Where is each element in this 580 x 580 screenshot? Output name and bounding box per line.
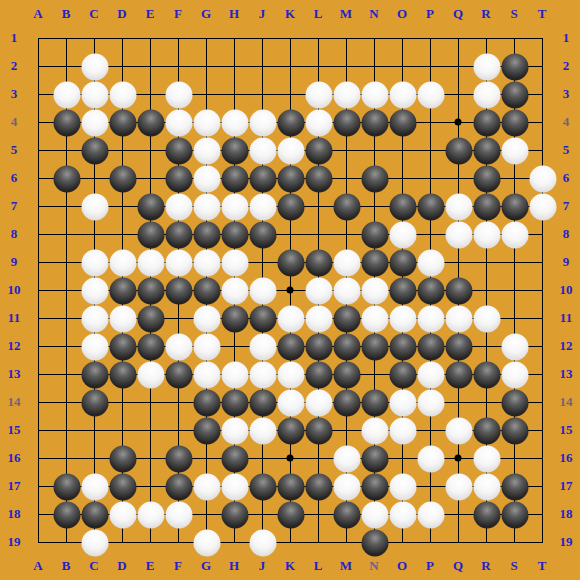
column-label-bottom: A (26, 558, 50, 574)
row-label-left: 18 (2, 506, 26, 522)
stone-white[interactable] (221, 109, 248, 136)
stone-black[interactable] (277, 473, 304, 500)
stone-white[interactable] (81, 249, 108, 276)
column-label-top: M (334, 6, 358, 22)
stone-black[interactable] (165, 445, 192, 472)
stone-white[interactable] (305, 305, 332, 332)
stone-black[interactable] (389, 333, 416, 360)
column-label-bottom: G (194, 558, 218, 574)
star-point (455, 119, 462, 126)
stone-white[interactable] (417, 305, 444, 332)
stone-black[interactable] (221, 445, 248, 472)
stone-black[interactable] (501, 81, 528, 108)
stone-black[interactable] (137, 109, 164, 136)
stone-white[interactable] (361, 501, 388, 528)
stone-white[interactable] (417, 501, 444, 528)
row-label-left: 16 (2, 450, 26, 466)
stone-white[interactable] (81, 529, 108, 556)
stone-white[interactable] (417, 389, 444, 416)
row-label-left: 3 (2, 86, 26, 102)
stone-black[interactable] (389, 277, 416, 304)
stone-white[interactable] (305, 109, 332, 136)
stone-black[interactable] (165, 277, 192, 304)
stone-black[interactable] (193, 221, 220, 248)
stone-black[interactable] (137, 305, 164, 332)
stone-black[interactable] (53, 109, 80, 136)
stone-white[interactable] (221, 249, 248, 276)
stone-black[interactable] (277, 249, 304, 276)
stone-white[interactable] (249, 277, 276, 304)
stone-white[interactable] (333, 277, 360, 304)
stone-white[interactable] (305, 81, 332, 108)
stone-black[interactable] (165, 221, 192, 248)
stone-white[interactable] (221, 417, 248, 444)
stone-white[interactable] (81, 473, 108, 500)
stone-black[interactable] (277, 165, 304, 192)
stone-white[interactable] (137, 501, 164, 528)
stone-white[interactable] (81, 193, 108, 220)
stone-white[interactable] (389, 81, 416, 108)
row-label-right: 5 (554, 142, 578, 158)
stone-black[interactable] (417, 277, 444, 304)
stone-black[interactable] (249, 305, 276, 332)
column-label-bottom: F (166, 558, 190, 574)
stone-white[interactable] (529, 193, 556, 220)
stone-black[interactable] (53, 501, 80, 528)
stone-white[interactable] (305, 277, 332, 304)
stone-white[interactable] (221, 473, 248, 500)
stone-black[interactable] (165, 473, 192, 500)
stone-white[interactable] (501, 137, 528, 164)
column-label-top: E (138, 6, 162, 22)
stone-white[interactable] (81, 277, 108, 304)
column-label-top: H (222, 6, 246, 22)
stone-white[interactable] (81, 305, 108, 332)
stone-black[interactable] (137, 277, 164, 304)
stone-white[interactable] (501, 221, 528, 248)
row-label-left: 14 (2, 394, 26, 410)
stone-white[interactable] (193, 361, 220, 388)
grid-line-vertical (542, 38, 543, 543)
stone-white[interactable] (473, 221, 500, 248)
stone-black[interactable] (361, 473, 388, 500)
stone-black[interactable] (109, 277, 136, 304)
row-label-right: 4 (554, 114, 578, 130)
stone-white[interactable] (249, 109, 276, 136)
row-label-right: 8 (554, 226, 578, 242)
stone-black[interactable] (305, 137, 332, 164)
stone-white[interactable] (249, 417, 276, 444)
stone-black[interactable] (501, 193, 528, 220)
stone-white[interactable] (445, 417, 472, 444)
row-label-left: 2 (2, 58, 26, 74)
stone-white[interactable] (417, 445, 444, 472)
stone-white[interactable] (361, 277, 388, 304)
column-label-bottom: C (82, 558, 106, 574)
column-label-bottom: L (306, 558, 330, 574)
stone-black[interactable] (305, 361, 332, 388)
stone-white[interactable] (473, 81, 500, 108)
row-label-right: 3 (554, 86, 578, 102)
stone-black[interactable] (361, 529, 388, 556)
row-label-left: 4 (2, 114, 26, 130)
row-label-right: 7 (554, 198, 578, 214)
column-label-top: N (362, 6, 386, 22)
stone-black[interactable] (81, 389, 108, 416)
stone-white[interactable] (81, 109, 108, 136)
row-label-left: 13 (2, 366, 26, 382)
column-label-bottom: S (502, 558, 526, 574)
stone-black[interactable] (277, 501, 304, 528)
stone-white[interactable] (529, 165, 556, 192)
stone-black[interactable] (305, 165, 332, 192)
row-label-right: 17 (554, 478, 578, 494)
stone-black[interactable] (193, 389, 220, 416)
stone-black[interactable] (389, 361, 416, 388)
stone-white[interactable] (81, 333, 108, 360)
stone-black[interactable] (277, 109, 304, 136)
stone-black[interactable] (501, 53, 528, 80)
stone-black[interactable] (249, 473, 276, 500)
stone-white[interactable] (277, 389, 304, 416)
stone-white[interactable] (277, 361, 304, 388)
stone-black[interactable] (473, 417, 500, 444)
row-label-right: 6 (554, 170, 578, 186)
stone-white[interactable] (193, 333, 220, 360)
stone-white[interactable] (165, 249, 192, 276)
row-label-right: 2 (554, 58, 578, 74)
stone-black[interactable] (81, 501, 108, 528)
row-label-left: 1 (2, 30, 26, 46)
stone-white[interactable] (249, 361, 276, 388)
stone-white[interactable] (389, 473, 416, 500)
stone-black[interactable] (501, 389, 528, 416)
stone-white[interactable] (333, 445, 360, 472)
stone-white[interactable] (193, 529, 220, 556)
column-label-top: B (54, 6, 78, 22)
stone-black[interactable] (305, 417, 332, 444)
stone-white[interactable] (221, 277, 248, 304)
stone-white[interactable] (501, 361, 528, 388)
stone-white[interactable] (109, 81, 136, 108)
stone-white[interactable] (137, 249, 164, 276)
row-label-left: 6 (2, 170, 26, 186)
stone-white[interactable] (249, 137, 276, 164)
stone-white[interactable] (501, 333, 528, 360)
stone-white[interactable] (193, 473, 220, 500)
stone-white[interactable] (249, 193, 276, 220)
stone-black[interactable] (445, 361, 472, 388)
stone-black[interactable] (361, 221, 388, 248)
stone-black[interactable] (221, 501, 248, 528)
stone-black[interactable] (361, 109, 388, 136)
stone-black[interactable] (137, 333, 164, 360)
stone-white[interactable] (193, 305, 220, 332)
stone-black[interactable] (277, 333, 304, 360)
stone-black[interactable] (193, 417, 220, 444)
stone-black[interactable] (333, 305, 360, 332)
row-label-right: 12 (554, 338, 578, 354)
stone-black[interactable] (109, 333, 136, 360)
column-label-top: C (82, 6, 106, 22)
stone-white[interactable] (221, 193, 248, 220)
stone-black[interactable] (361, 445, 388, 472)
stone-white[interactable] (473, 445, 500, 472)
stone-black[interactable] (333, 193, 360, 220)
column-label-top: T (530, 6, 554, 22)
go-board[interactable]: AABBCCDDEEFFGGHHJJKKLLMMNNOOPPQQRRSSTT11… (0, 0, 580, 580)
stone-white[interactable] (389, 417, 416, 444)
star-point (455, 455, 462, 462)
stone-white[interactable] (361, 305, 388, 332)
stone-white[interactable] (193, 137, 220, 164)
stone-black[interactable] (361, 249, 388, 276)
stone-black[interactable] (221, 389, 248, 416)
column-label-top: L (306, 6, 330, 22)
column-label-top: K (278, 6, 302, 22)
row-label-right: 14 (554, 394, 578, 410)
row-label-right: 11 (554, 310, 578, 326)
stone-white[interactable] (109, 305, 136, 332)
stone-black[interactable] (445, 137, 472, 164)
stone-black[interactable] (473, 109, 500, 136)
stone-black[interactable] (277, 417, 304, 444)
stone-black[interactable] (221, 137, 248, 164)
stone-black[interactable] (333, 389, 360, 416)
stone-white[interactable] (333, 249, 360, 276)
stone-white[interactable] (165, 81, 192, 108)
stone-black[interactable] (221, 221, 248, 248)
grid-line-horizontal (38, 542, 543, 543)
stone-black[interactable] (109, 109, 136, 136)
stone-white[interactable] (473, 305, 500, 332)
stone-black[interactable] (305, 249, 332, 276)
column-label-bottom: B (54, 558, 78, 574)
stone-black[interactable] (221, 165, 248, 192)
stone-white[interactable] (109, 501, 136, 528)
stone-black[interactable] (333, 501, 360, 528)
row-label-left: 17 (2, 478, 26, 494)
stone-black[interactable] (81, 361, 108, 388)
stone-black[interactable] (249, 165, 276, 192)
stone-white[interactable] (389, 501, 416, 528)
stone-white[interactable] (445, 305, 472, 332)
star-point (287, 455, 294, 462)
stone-white[interactable] (445, 193, 472, 220)
stone-white[interactable] (333, 473, 360, 500)
stone-black[interactable] (165, 137, 192, 164)
stone-black[interactable] (445, 277, 472, 304)
column-label-top: O (390, 6, 414, 22)
stone-black[interactable] (165, 361, 192, 388)
stone-white[interactable] (361, 81, 388, 108)
column-label-top: R (474, 6, 498, 22)
column-label-top: P (418, 6, 442, 22)
stone-black[interactable] (445, 333, 472, 360)
row-label-right: 18 (554, 506, 578, 522)
stone-white[interactable] (417, 81, 444, 108)
stone-white[interactable] (445, 473, 472, 500)
stone-black[interactable] (137, 193, 164, 220)
stone-black[interactable] (277, 193, 304, 220)
stone-white[interactable] (389, 389, 416, 416)
column-label-top: S (502, 6, 526, 22)
stone-black[interactable] (473, 193, 500, 220)
stone-white[interactable] (249, 529, 276, 556)
stone-black[interactable] (165, 165, 192, 192)
stone-black[interactable] (109, 361, 136, 388)
stone-black[interactable] (361, 333, 388, 360)
column-label-top: Q (446, 6, 470, 22)
row-label-right: 10 (554, 282, 578, 298)
column-label-bottom: N (362, 558, 386, 574)
column-label-bottom: R (474, 558, 498, 574)
stone-black[interactable] (389, 193, 416, 220)
stone-white[interactable] (277, 305, 304, 332)
column-label-bottom: O (390, 558, 414, 574)
stone-black[interactable] (109, 165, 136, 192)
stone-black[interactable] (333, 333, 360, 360)
row-label-left: 10 (2, 282, 26, 298)
row-label-left: 5 (2, 142, 26, 158)
stone-white[interactable] (389, 221, 416, 248)
stone-white[interactable] (417, 249, 444, 276)
stone-black[interactable] (361, 389, 388, 416)
row-label-left: 15 (2, 422, 26, 438)
stone-black[interactable] (53, 165, 80, 192)
stone-white[interactable] (277, 137, 304, 164)
stone-white[interactable] (473, 53, 500, 80)
column-label-bottom: E (138, 558, 162, 574)
stone-white[interactable] (81, 53, 108, 80)
stone-white[interactable] (417, 361, 444, 388)
stone-black[interactable] (137, 221, 164, 248)
stone-white[interactable] (193, 109, 220, 136)
stone-black[interactable] (389, 109, 416, 136)
stone-black[interactable] (81, 137, 108, 164)
stone-white[interactable] (137, 361, 164, 388)
column-label-top: D (110, 6, 134, 22)
stone-black[interactable] (109, 445, 136, 472)
stone-white[interactable] (165, 501, 192, 528)
stone-white[interactable] (221, 361, 248, 388)
stone-black[interactable] (249, 389, 276, 416)
column-label-bottom: Q (446, 558, 470, 574)
stone-black[interactable] (249, 221, 276, 248)
stone-white[interactable] (445, 221, 472, 248)
row-label-left: 9 (2, 254, 26, 270)
row-label-left: 12 (2, 338, 26, 354)
column-label-bottom: H (222, 558, 246, 574)
stone-black[interactable] (417, 333, 444, 360)
stone-white[interactable] (53, 81, 80, 108)
stone-white[interactable] (165, 109, 192, 136)
stone-white[interactable] (305, 389, 332, 416)
column-label-bottom: T (530, 558, 554, 574)
column-label-top: A (26, 6, 50, 22)
stone-black[interactable] (501, 473, 528, 500)
stone-black[interactable] (361, 165, 388, 192)
stone-black[interactable] (221, 305, 248, 332)
stone-black[interactable] (473, 501, 500, 528)
stone-black[interactable] (53, 473, 80, 500)
stone-white[interactable] (333, 81, 360, 108)
stone-white[interactable] (165, 333, 192, 360)
column-label-bottom: M (334, 558, 358, 574)
stone-white[interactable] (193, 249, 220, 276)
column-label-top: J (250, 6, 274, 22)
stone-black[interactable] (501, 417, 528, 444)
stone-black[interactable] (333, 361, 360, 388)
stone-black[interactable] (305, 473, 332, 500)
row-label-left: 19 (2, 534, 26, 550)
column-label-bottom: K (278, 558, 302, 574)
stone-white[interactable] (109, 249, 136, 276)
column-label-top: F (166, 6, 190, 22)
stone-black[interactable] (473, 137, 500, 164)
row-label-right: 1 (554, 30, 578, 46)
stone-black[interactable] (501, 109, 528, 136)
stone-black[interactable] (501, 501, 528, 528)
stone-black[interactable] (109, 473, 136, 500)
column-label-bottom: D (110, 558, 134, 574)
row-label-left: 7 (2, 198, 26, 214)
stone-white[interactable] (81, 81, 108, 108)
column-label-bottom: J (250, 558, 274, 574)
row-label-right: 16 (554, 450, 578, 466)
column-label-bottom: P (418, 558, 442, 574)
stone-black[interactable] (473, 165, 500, 192)
stone-black[interactable] (193, 277, 220, 304)
stone-black[interactable] (305, 333, 332, 360)
row-label-left: 8 (2, 226, 26, 242)
row-label-right: 19 (554, 534, 578, 550)
stone-black[interactable] (473, 361, 500, 388)
star-point (287, 287, 294, 294)
stone-white[interactable] (361, 417, 388, 444)
row-label-right: 9 (554, 254, 578, 270)
row-label-right: 13 (554, 366, 578, 382)
stone-white[interactable] (389, 305, 416, 332)
stone-white[interactable] (165, 193, 192, 220)
stone-black[interactable] (389, 249, 416, 276)
stone-white[interactable] (473, 473, 500, 500)
stone-white[interactable] (193, 165, 220, 192)
stone-black[interactable] (417, 193, 444, 220)
stone-white[interactable] (193, 193, 220, 220)
stone-black[interactable] (333, 109, 360, 136)
row-label-left: 11 (2, 310, 26, 326)
row-label-right: 15 (554, 422, 578, 438)
column-label-top: G (194, 6, 218, 22)
stone-white[interactable] (249, 333, 276, 360)
